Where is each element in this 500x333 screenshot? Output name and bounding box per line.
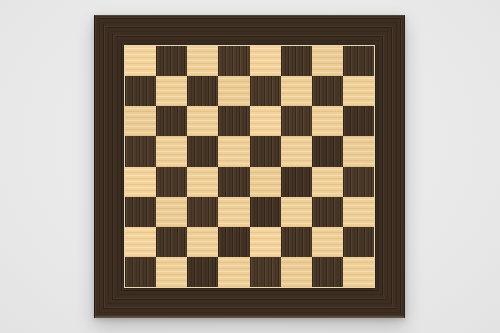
square-e6 — [250, 106, 281, 136]
square-g6 — [312, 106, 343, 136]
square-d8 — [218, 46, 249, 76]
square-b2 — [156, 227, 187, 257]
board-frame-bottom — [94, 287, 405, 318]
square-b4 — [156, 167, 187, 197]
square-h2 — [343, 227, 374, 257]
square-g3 — [312, 197, 343, 227]
square-d6 — [218, 106, 249, 136]
square-f5 — [281, 136, 312, 166]
square-e8 — [250, 46, 281, 76]
square-a3 — [125, 197, 156, 227]
square-e7 — [250, 76, 281, 106]
square-c8 — [187, 46, 218, 76]
square-c6 — [187, 106, 218, 136]
square-g4 — [312, 167, 343, 197]
square-f7 — [281, 76, 312, 106]
square-b7 — [156, 76, 187, 106]
square-a5 — [125, 136, 156, 166]
board-frame-top — [94, 15, 405, 46]
square-h1 — [343, 257, 374, 287]
square-e1 — [250, 257, 281, 287]
square-f4 — [281, 167, 312, 197]
square-h5 — [343, 136, 374, 166]
playing-area — [125, 46, 374, 287]
square-a1 — [125, 257, 156, 287]
square-c2 — [187, 227, 218, 257]
square-f8 — [281, 46, 312, 76]
square-d1 — [218, 257, 249, 287]
square-e5 — [250, 136, 281, 166]
square-e3 — [250, 197, 281, 227]
square-g5 — [312, 136, 343, 166]
square-a6 — [125, 106, 156, 136]
square-a7 — [125, 76, 156, 106]
square-a8 — [125, 46, 156, 76]
square-e2 — [250, 227, 281, 257]
square-a4 — [125, 167, 156, 197]
square-f6 — [281, 106, 312, 136]
square-g8 — [312, 46, 343, 76]
square-f2 — [281, 227, 312, 257]
square-c7 — [187, 76, 218, 106]
square-d7 — [218, 76, 249, 106]
chessboard — [94, 15, 405, 318]
square-g7 — [312, 76, 343, 106]
inlay-fillet-line — [124, 45, 375, 288]
scene-background — [0, 0, 500, 333]
square-h7 — [343, 76, 374, 106]
square-d3 — [218, 197, 249, 227]
square-h3 — [343, 197, 374, 227]
square-a2 — [125, 227, 156, 257]
square-e4 — [250, 167, 281, 197]
square-h8 — [343, 46, 374, 76]
square-c4 — [187, 167, 218, 197]
square-b3 — [156, 197, 187, 227]
square-d2 — [218, 227, 249, 257]
square-f1 — [281, 257, 312, 287]
square-c3 — [187, 197, 218, 227]
square-c1 — [187, 257, 218, 287]
square-b8 — [156, 46, 187, 76]
square-h4 — [343, 167, 374, 197]
square-f3 — [281, 197, 312, 227]
square-c5 — [187, 136, 218, 166]
square-d4 — [218, 167, 249, 197]
square-b5 — [156, 136, 187, 166]
square-g1 — [312, 257, 343, 287]
square-h6 — [343, 106, 374, 136]
square-d5 — [218, 136, 249, 166]
square-g2 — [312, 227, 343, 257]
square-b1 — [156, 257, 187, 287]
square-b6 — [156, 106, 187, 136]
